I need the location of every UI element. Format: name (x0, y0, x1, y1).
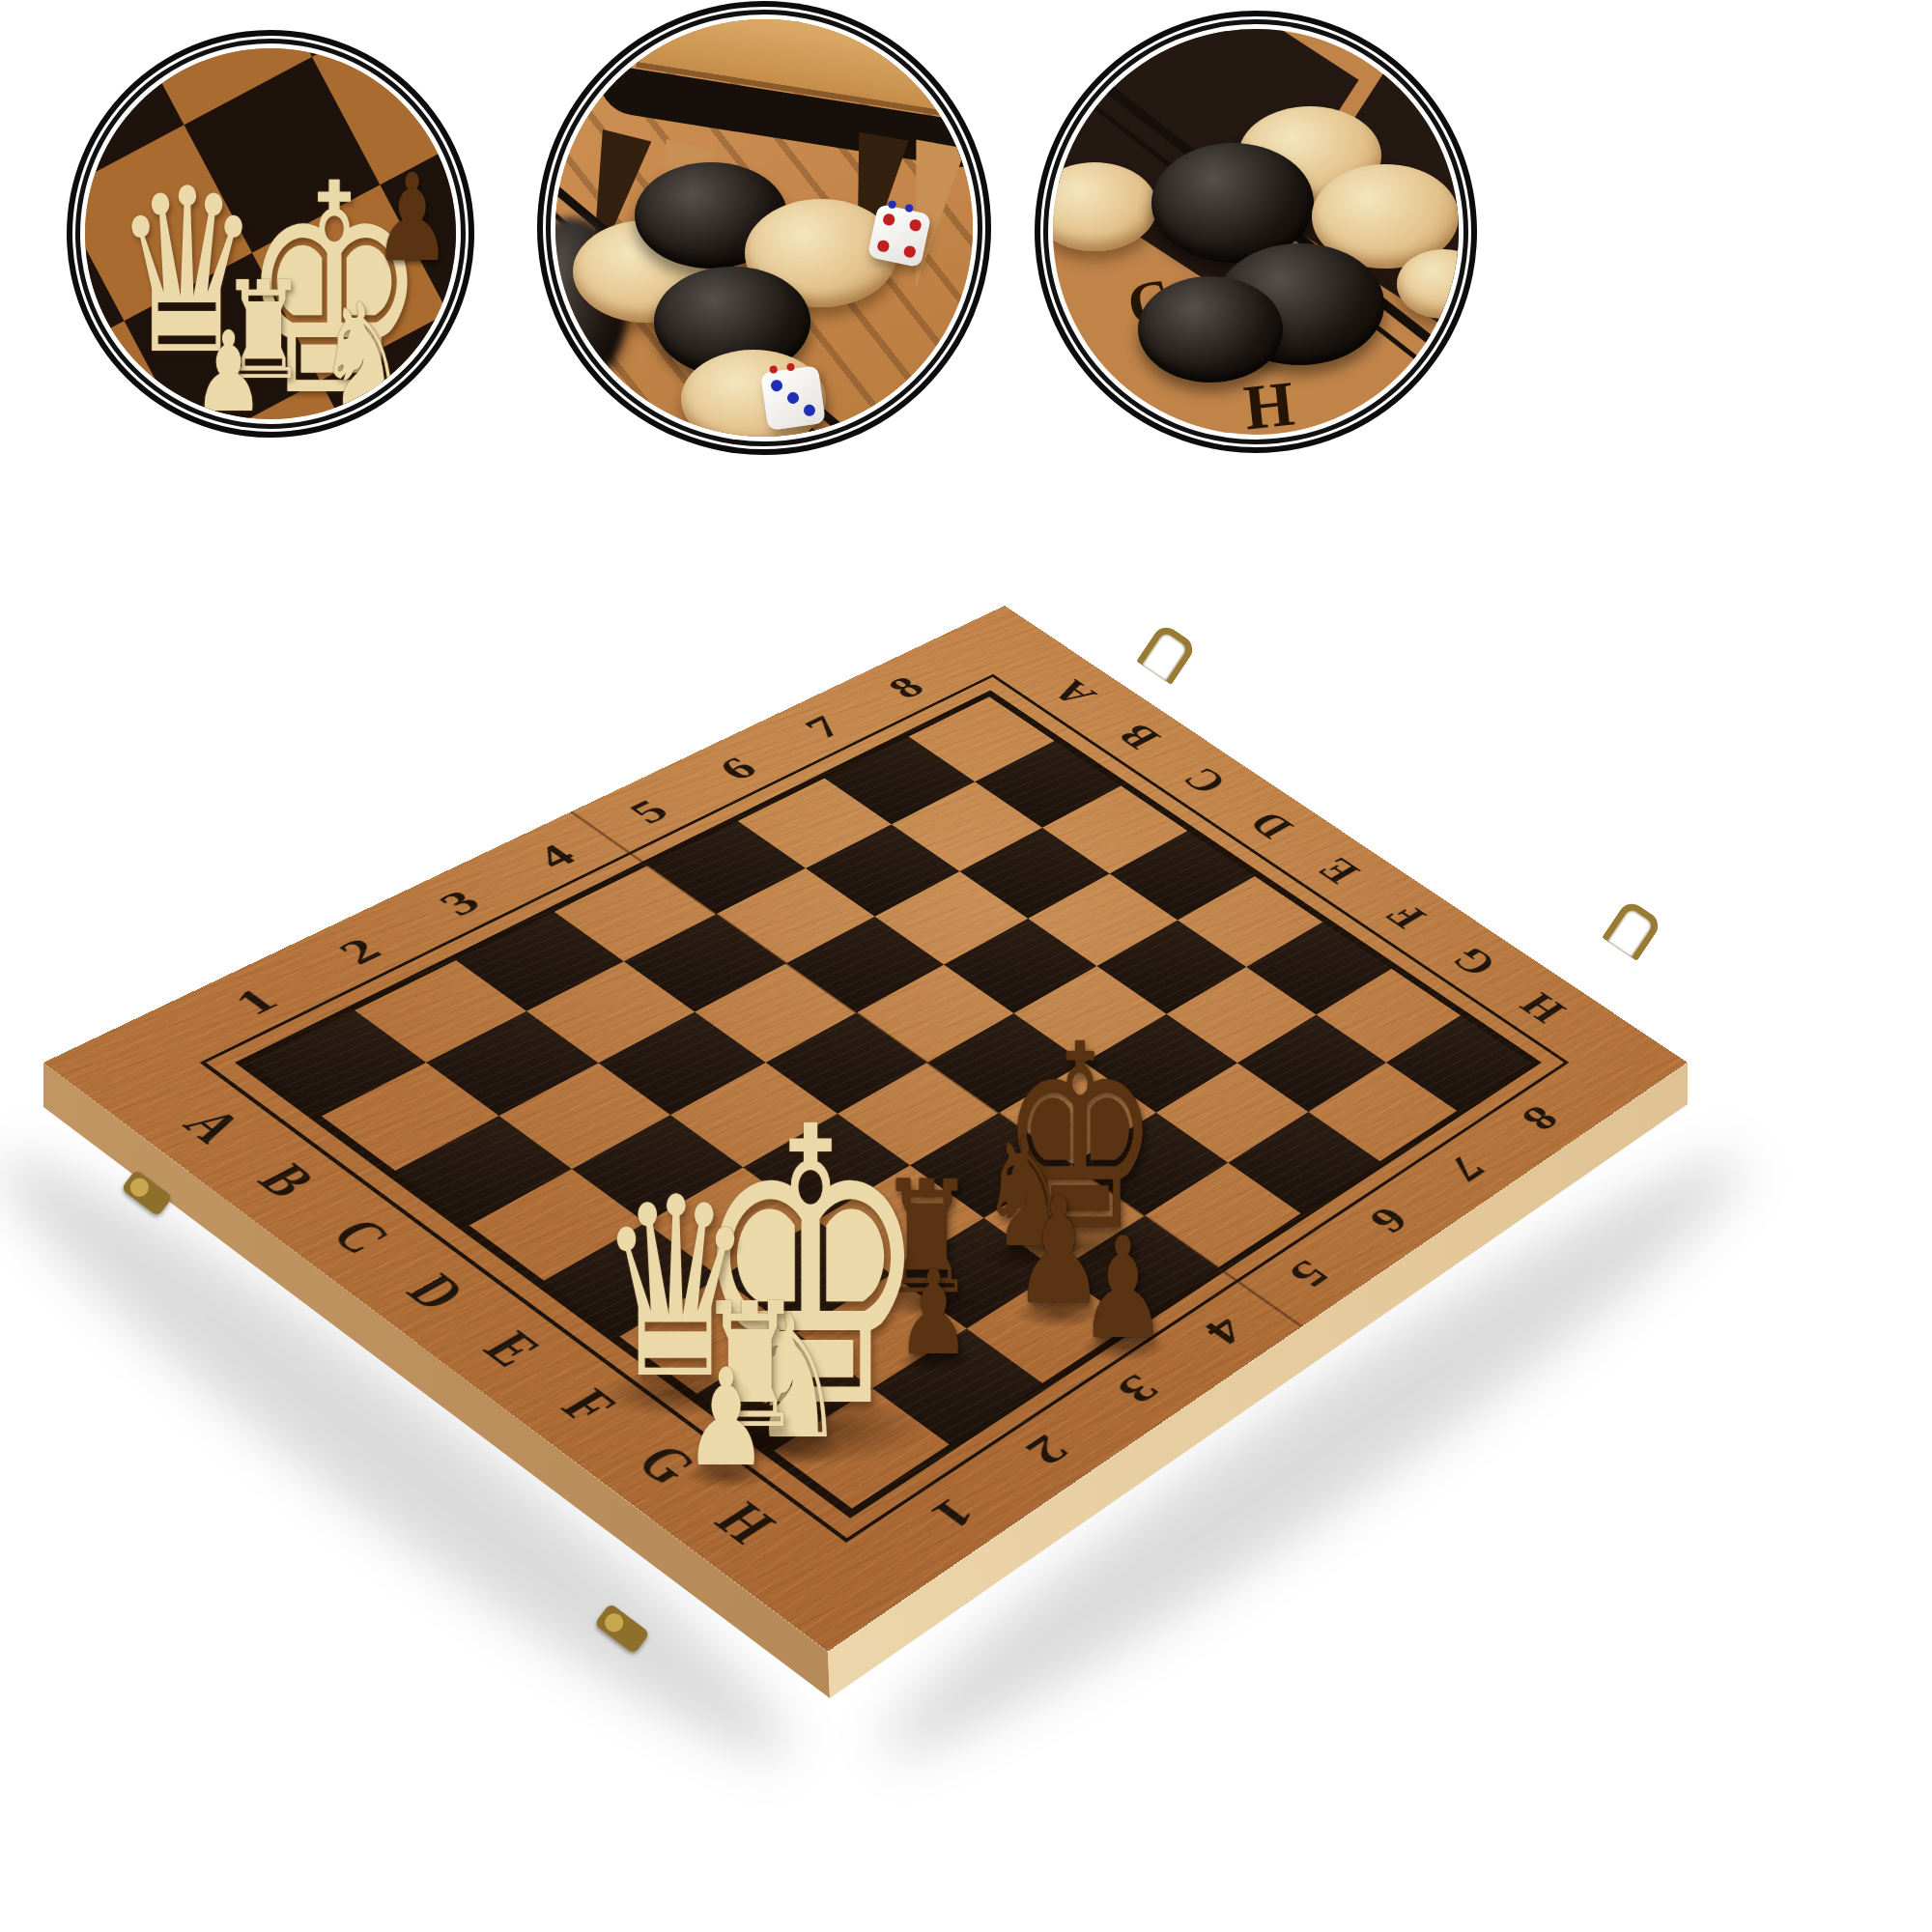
coord-label-1: 1 (222, 980, 289, 1023)
product-photo: ♛♚♜♟♞♟ CH AA11BB22CC33DD44EE55FF66GG77HH… (0, 0, 1932, 1932)
chess-board: AA11BB22CC33DD44EE55FF66GG77HH88 (43, 606, 1688, 1652)
coord-label-2: 2 (1014, 1427, 1081, 1474)
coord-label-5: 5 (618, 793, 679, 831)
coord-label-2: 2 (327, 930, 391, 971)
coord-label-D: D (392, 1265, 480, 1320)
coord-label-D: D (1237, 806, 1303, 845)
coord-label-8: 8 (877, 669, 934, 704)
coord-label-C: C (1172, 761, 1238, 800)
brass-latch-loop (1136, 622, 1198, 685)
coord-label-H: H (700, 1493, 789, 1553)
brass-latch-loop (1602, 898, 1663, 961)
coord-label-H: H (1509, 986, 1576, 1030)
coord-label-F: F (1375, 896, 1436, 935)
coord-label-6: 6 (708, 751, 767, 787)
coord-label-4: 4 (1194, 1309, 1258, 1353)
coord-label-7: 7 (794, 709, 852, 745)
coord-label-6: 6 (1359, 1200, 1420, 1241)
coord-label-8: 8 (1512, 1098, 1570, 1138)
coord-label-F: F (548, 1379, 631, 1433)
coord-label-G: G (622, 1435, 711, 1493)
coord-label-C: C (317, 1209, 405, 1263)
coord-label-B: B (243, 1155, 329, 1206)
coord-label-7: 7 (1436, 1149, 1496, 1189)
coord-label-E: E (469, 1322, 554, 1377)
coord-label-5: 5 (1278, 1253, 1340, 1296)
coord-label-A: A (1040, 674, 1107, 712)
coord-label-1: 1 (919, 1490, 987, 1538)
coord-label-3: 3 (1106, 1367, 1171, 1412)
coord-label-E: E (1306, 851, 1370, 890)
coord-label-4: 4 (525, 837, 586, 875)
coord-label-G: G (1440, 941, 1507, 984)
board-scene: AA11BB22CC33DD44EE55FF66GG77HH88 ♚♞♟♟♜♟♚… (0, 0, 1932, 1932)
coord-label-A: A (168, 1100, 257, 1151)
coord-label-B: B (1106, 719, 1171, 755)
coord-label-3: 3 (428, 883, 492, 923)
